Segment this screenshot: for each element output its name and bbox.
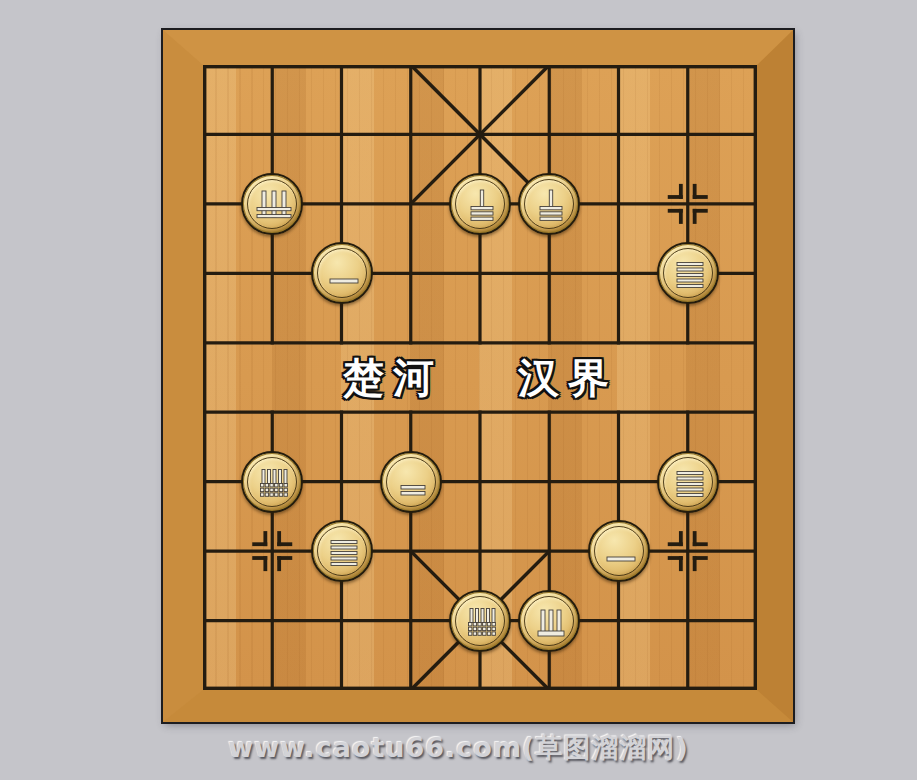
xiangqi-board: 楚河 汉界 xyxy=(163,30,793,722)
trident-on-base-engraving-icon xyxy=(531,603,571,643)
xiangqi-piece-trident-on-base[interactable] xyxy=(518,590,580,652)
xiangqi-piece-five-bars[interactable] xyxy=(657,242,719,304)
stem-over-bars-engraving-icon xyxy=(462,186,502,226)
xiangqi-piece-single-bar[interactable] xyxy=(311,242,373,304)
five-bars-engraving-icon xyxy=(670,464,710,504)
xiangqi-piece-comb-grid[interactable] xyxy=(241,451,303,513)
double-bar-engraving-icon xyxy=(393,464,433,504)
xiangqi-piece-trident-on-rails[interactable] xyxy=(241,173,303,235)
xiangqi-piece-double-bar[interactable] xyxy=(380,451,442,513)
comb-grid-engraving-icon xyxy=(254,464,294,504)
five-bars-engraving-icon xyxy=(324,533,364,573)
comb-grid-engraving-icon xyxy=(462,603,502,643)
single-bar-engraving-icon xyxy=(601,533,641,573)
piece-grid xyxy=(168,30,791,724)
xiangqi-piece-comb-grid[interactable] xyxy=(449,590,511,652)
trident-on-rails-engraving-icon xyxy=(254,186,294,226)
xiangqi-piece-stem-over-bars[interactable] xyxy=(518,173,580,235)
xiangqi-piece-five-bars[interactable] xyxy=(311,520,373,582)
single-bar-engraving-icon xyxy=(324,255,364,295)
xiangqi-piece-five-bars[interactable] xyxy=(657,451,719,513)
xiangqi-piece-stem-over-bars[interactable] xyxy=(449,173,511,235)
watermark-text: www.caotu66.com(草图溜溜网) xyxy=(0,730,917,766)
board-field: 楚河 汉界 xyxy=(203,65,757,690)
five-bars-engraving-icon xyxy=(670,255,710,295)
stem-over-bars-engraving-icon xyxy=(531,186,571,226)
xiangqi-piece-single-bar[interactable] xyxy=(588,520,650,582)
